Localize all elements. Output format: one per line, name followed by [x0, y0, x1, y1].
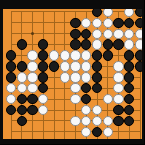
- black-stone: [38, 72, 48, 82]
- white-stone: [27, 61, 37, 71]
- board-point-8-9[interactable]: [92, 105, 103, 116]
- board-point-10-4[interactable]: [113, 50, 124, 61]
- black-stone: [124, 72, 134, 82]
- board-point-2-8[interactable]: [27, 94, 38, 105]
- white-stone: [70, 94, 80, 104]
- board-point-6-9[interactable]: [70, 105, 81, 116]
- board-point-9-6[interactable]: [102, 72, 113, 83]
- black-stone: [38, 83, 48, 93]
- board-point-1-9[interactable]: [16, 105, 27, 116]
- black-stone: [27, 105, 37, 115]
- board-point-3-11[interactable]: [38, 126, 49, 137]
- board-point-11-4[interactable]: [124, 50, 135, 61]
- board-point-0-10[interactable]: [6, 115, 17, 126]
- black-stone: [81, 94, 91, 104]
- white-stone: [92, 105, 102, 115]
- board-point-2-7[interactable]: [27, 83, 38, 94]
- board-point-11-10[interactable]: [124, 115, 135, 126]
- board-point-5-5[interactable]: [59, 61, 70, 72]
- board-point-7-1[interactable]: [81, 17, 92, 28]
- board-point-9-9[interactable]: [102, 105, 113, 116]
- board-point-1-1[interactable]: [16, 17, 27, 28]
- board-point-11-9[interactable]: [124, 105, 135, 116]
- board-point-10-2[interactable]: [113, 28, 124, 39]
- board-point-1-8[interactable]: [16, 94, 27, 105]
- white-stone: [70, 72, 80, 82]
- white-stone: [70, 116, 80, 126]
- white-stone: [92, 116, 102, 126]
- board-point-2-5[interactable]: [27, 61, 38, 72]
- white-stone: [6, 83, 16, 93]
- board-point-3-5[interactable]: [38, 61, 49, 72]
- board-point-6-1[interactable]: [70, 17, 81, 28]
- board-point-0-11[interactable]: [6, 126, 17, 137]
- board-point-9-11[interactable]: [102, 126, 113, 137]
- black-stone: [6, 72, 16, 82]
- board-point-4-2[interactable]: [49, 28, 60, 39]
- board-point-0-4[interactable]: [6, 50, 17, 61]
- black-stone: [92, 50, 102, 60]
- board-point-9-7[interactable]: [102, 83, 113, 94]
- board-point-0-1[interactable]: [6, 17, 17, 28]
- board-point-0-2[interactable]: [6, 28, 17, 39]
- black-stone: [92, 127, 102, 137]
- board-point-0-9[interactable]: [6, 105, 17, 116]
- black-stone: [81, 29, 91, 39]
- black-stone: [38, 61, 48, 71]
- board-point-0-5[interactable]: [6, 61, 17, 72]
- black-stone: [17, 116, 27, 126]
- board-point-7-11[interactable]: [81, 126, 92, 137]
- white-stone: [113, 83, 123, 93]
- board-point-4-11[interactable]: [49, 126, 60, 137]
- board-point-5-6[interactable]: [59, 72, 70, 83]
- white-stone: [27, 50, 37, 60]
- board-point-7-10[interactable]: [81, 115, 92, 126]
- black-stone: [124, 83, 134, 93]
- board-point-0-7[interactable]: [6, 83, 17, 94]
- board-point-9-10[interactable]: [102, 115, 113, 126]
- black-stone: [103, 50, 113, 60]
- hoshi-point: [31, 32, 34, 35]
- board-point-5-2[interactable]: [59, 28, 70, 39]
- black-stone: [92, 61, 102, 71]
- bottom-letterbox-bar: [0, 139, 144, 145]
- white-stone: [27, 72, 37, 82]
- board-point-1-7[interactable]: [16, 83, 27, 94]
- board-point-9-1[interactable]: [102, 17, 113, 28]
- black-stone: [81, 39, 91, 49]
- board-point-5-3[interactable]: [59, 39, 70, 50]
- white-stone: [38, 94, 48, 104]
- board-point-8-11[interactable]: [92, 126, 103, 137]
- board-point-7-4[interactable]: [81, 50, 92, 61]
- black-stone: [6, 50, 16, 60]
- board-point-2-11[interactable]: [27, 126, 38, 137]
- board-point-0-8[interactable]: [6, 94, 17, 105]
- white-stone: [17, 83, 27, 93]
- white-stone: [17, 72, 27, 82]
- board-point-9-2[interactable]: [102, 28, 113, 39]
- board-point-11-2[interactable]: [124, 28, 135, 39]
- board-point-7-2[interactable]: [81, 28, 92, 39]
- board-point-2-10[interactable]: [27, 115, 38, 126]
- board-point-11-6[interactable]: [124, 72, 135, 83]
- board-point-0-6[interactable]: [6, 72, 17, 83]
- black-stone: [92, 83, 102, 93]
- board-point-11-7[interactable]: [124, 83, 135, 94]
- board-point-7-3[interactable]: [81, 39, 92, 50]
- board-point-10-8[interactable]: [113, 94, 124, 105]
- white-stone: [81, 127, 91, 137]
- white-stone: [124, 29, 134, 39]
- board-point-10-9[interactable]: [113, 105, 124, 116]
- board-point-2-1[interactable]: [27, 17, 38, 28]
- board-point-11-1[interactable]: [124, 17, 135, 28]
- black-stone: [17, 94, 27, 104]
- black-stone: [113, 18, 123, 28]
- black-stone: [124, 18, 134, 28]
- board-point-6-3[interactable]: [70, 39, 81, 50]
- board-point-6-2[interactable]: [70, 28, 81, 39]
- board-point-10-10[interactable]: [113, 115, 124, 126]
- board-point-3-2[interactable]: [38, 28, 49, 39]
- board-point-5-8[interactable]: [59, 94, 70, 105]
- board-point-11-5[interactable]: [124, 61, 135, 72]
- black-stone: [103, 39, 113, 49]
- board-point-5-7[interactable]: [59, 83, 70, 94]
- board-point-2-2[interactable]: [27, 28, 38, 39]
- white-stone: [60, 61, 70, 71]
- board-point-1-3[interactable]: [16, 39, 27, 50]
- black-stone: [17, 105, 27, 115]
- white-stone: [27, 83, 37, 93]
- black-stone: [38, 39, 48, 49]
- white-stone: [60, 50, 70, 60]
- board-point-4-4[interactable]: [49, 50, 60, 61]
- white-stone: [113, 29, 123, 39]
- white-stone: [103, 116, 113, 126]
- board-point-8-3[interactable]: [92, 39, 103, 50]
- board-point-9-5[interactable]: [102, 61, 113, 72]
- board-point-9-8[interactable]: [102, 94, 113, 105]
- black-stone: [70, 29, 80, 39]
- board-point-10-6[interactable]: [113, 72, 124, 83]
- white-stone: [49, 50, 59, 60]
- board-point-1-5[interactable]: [16, 61, 27, 72]
- right-frame-edge: [142, 0, 145, 144]
- board-point-4-3[interactable]: [49, 39, 60, 50]
- white-stone: [81, 61, 91, 71]
- black-stone: [27, 94, 37, 104]
- black-stone: [70, 18, 80, 28]
- board-point-2-3[interactable]: [27, 39, 38, 50]
- board-point-1-4[interactable]: [16, 50, 27, 61]
- board-point-8-8[interactable]: [92, 94, 103, 105]
- black-stone: [38, 50, 48, 60]
- black-stone: [124, 94, 134, 104]
- white-stone: [103, 127, 113, 137]
- board-point-4-9[interactable]: [49, 105, 60, 116]
- white-stone: [60, 72, 70, 82]
- board-point-3-4[interactable]: [38, 50, 49, 61]
- board-point-5-10[interactable]: [59, 115, 70, 126]
- top-letterbox-bar: [0, 0, 144, 9]
- white-stone: [70, 50, 80, 60]
- white-stone: [81, 50, 91, 60]
- board-point-2-4[interactable]: [27, 50, 38, 61]
- board-point-1-6[interactable]: [16, 72, 27, 83]
- white-stone: [81, 116, 91, 126]
- board-point-6-11[interactable]: [70, 126, 81, 137]
- white-stone: [6, 94, 16, 104]
- board-point-10-11[interactable]: [113, 126, 124, 137]
- board-point-5-1[interactable]: [59, 17, 70, 28]
- board-point-11-3[interactable]: [124, 39, 135, 50]
- board-point-3-3[interactable]: [38, 39, 49, 50]
- white-stone: [92, 29, 102, 39]
- board-point-4-8[interactable]: [49, 94, 60, 105]
- board-point-6-10[interactable]: [70, 115, 81, 126]
- black-stone: [6, 61, 16, 71]
- board-point-10-1[interactable]: [113, 17, 124, 28]
- board-point-10-5[interactable]: [113, 61, 124, 72]
- black-stone: [124, 50, 134, 60]
- board-point-8-6[interactable]: [92, 72, 103, 83]
- board-point-9-4[interactable]: [102, 50, 113, 61]
- white-stone: [38, 105, 48, 115]
- board-point-6-4[interactable]: [70, 50, 81, 61]
- board-point-3-6[interactable]: [38, 72, 49, 83]
- white-stone: [70, 61, 80, 71]
- board-point-3-7[interactable]: [38, 83, 49, 94]
- white-stone: [92, 18, 102, 28]
- black-stone: [17, 61, 27, 71]
- black-stone: [17, 39, 27, 49]
- white-stone: [81, 105, 91, 115]
- black-stone: [92, 72, 102, 82]
- board-point-8-5[interactable]: [92, 61, 103, 72]
- white-stone: [113, 72, 123, 82]
- board-point-2-6[interactable]: [27, 72, 38, 83]
- board-point-5-9[interactable]: [59, 105, 70, 116]
- board-point-8-7[interactable]: [92, 83, 103, 94]
- white-stone: [103, 94, 113, 104]
- board-point-0-3[interactable]: [6, 39, 17, 50]
- board-point-8-1[interactable]: [92, 17, 103, 28]
- board-point-2-9[interactable]: [27, 105, 38, 116]
- board-point-3-8[interactable]: [38, 94, 49, 105]
- black-stone: [124, 61, 134, 71]
- white-stone: [103, 18, 113, 28]
- left-frame-edge: [0, 0, 3, 144]
- black-stone: [113, 116, 123, 126]
- board-point-4-5[interactable]: [49, 61, 60, 72]
- board-point-6-7[interactable]: [70, 83, 81, 94]
- board-point-4-6[interactable]: [49, 72, 60, 83]
- white-stone: [81, 72, 91, 82]
- board-point-4-7[interactable]: [49, 83, 60, 94]
- board-point-10-3[interactable]: [113, 39, 124, 50]
- board-point-7-7[interactable]: [81, 83, 92, 94]
- white-stone: [103, 29, 113, 39]
- board-point-5-4[interactable]: [59, 50, 70, 61]
- board-point-7-6[interactable]: [81, 72, 92, 83]
- black-stone: [49, 61, 59, 71]
- white-stone: [113, 94, 123, 104]
- black-stone: [124, 116, 134, 126]
- white-stone: [92, 39, 102, 49]
- board-point-3-10[interactable]: [38, 115, 49, 126]
- board-point-6-8[interactable]: [70, 94, 81, 105]
- board-point-4-10[interactable]: [49, 115, 60, 126]
- board-point-1-10[interactable]: [16, 115, 27, 126]
- board-point-6-6[interactable]: [70, 72, 81, 83]
- board-point-9-3[interactable]: [102, 39, 113, 50]
- board-point-7-5[interactable]: [81, 61, 92, 72]
- board-point-6-5[interactable]: [70, 61, 81, 72]
- board-point-10-7[interactable]: [113, 83, 124, 94]
- black-stone: [113, 39, 123, 49]
- board-point-3-1[interactable]: [38, 17, 49, 28]
- board-point-3-9[interactable]: [38, 105, 49, 116]
- black-stone: [113, 105, 123, 115]
- board-point-8-2[interactable]: [92, 28, 103, 39]
- white-stone: [113, 61, 123, 71]
- black-stone: [81, 83, 91, 93]
- white-stone: [124, 39, 134, 49]
- black-stone: [6, 105, 16, 115]
- board-point-7-8[interactable]: [81, 94, 92, 105]
- board-point-1-2[interactable]: [16, 28, 27, 39]
- board-point-5-11[interactable]: [59, 126, 70, 137]
- board-point-4-1[interactable]: [49, 17, 60, 28]
- board-point-7-9[interactable]: [81, 105, 92, 116]
- board-point-8-10[interactable]: [92, 115, 103, 126]
- black-stone: [124, 105, 134, 115]
- white-stone: [70, 83, 80, 93]
- white-stone: [81, 18, 91, 28]
- board-point-11-8[interactable]: [124, 94, 135, 105]
- board-point-1-11[interactable]: [16, 126, 27, 137]
- go-app-screen: [0, 0, 144, 144]
- board-point-8-4[interactable]: [92, 50, 103, 61]
- black-stone: [70, 39, 80, 49]
- go-board[interactable]: [6, 7, 144, 144]
- board-point-11-11[interactable]: [124, 126, 135, 137]
